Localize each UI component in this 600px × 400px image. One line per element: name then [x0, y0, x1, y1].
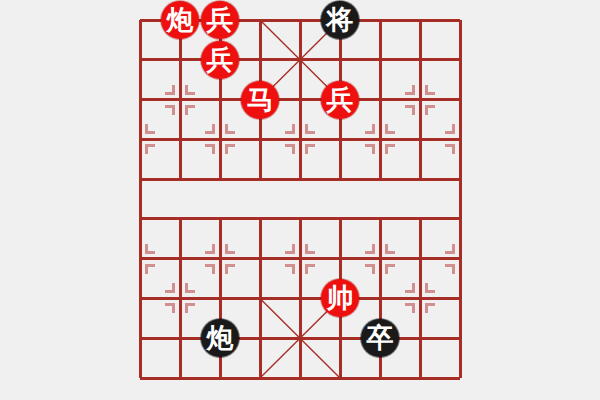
position-marker: [205, 264, 215, 274]
position-marker: [385, 144, 395, 154]
position-marker: [305, 124, 315, 134]
position-marker: [305, 244, 315, 254]
piece-red-cannon[interactable]: 炮: [161, 1, 199, 39]
position-marker: [445, 264, 455, 274]
position-marker: [405, 105, 415, 115]
position-marker: [225, 244, 235, 254]
position-marker: [185, 303, 195, 313]
grid-line: [379, 20, 382, 181]
grid-line: [299, 20, 302, 181]
position-marker: [405, 283, 415, 293]
position-marker: [185, 283, 195, 293]
position-marker: [285, 264, 295, 274]
position-marker: [385, 264, 395, 274]
position-marker: [445, 144, 455, 154]
position-marker: [425, 283, 435, 293]
position-marker: [205, 144, 215, 154]
position-marker: [205, 124, 215, 134]
position-marker: [305, 264, 315, 274]
position-marker: [205, 244, 215, 254]
page-background: { "game": "xiangqi", "position": { "fen"…: [0, 0, 600, 400]
piece-red-soldier[interactable]: 兵: [201, 41, 239, 79]
position-marker: [305, 144, 315, 154]
position-marker: [145, 264, 155, 274]
position-marker: [145, 244, 155, 254]
position-marker: [225, 124, 235, 134]
grid-line: [299, 217, 302, 378]
position-marker: [405, 85, 415, 95]
grid-line: [419, 217, 422, 378]
grid-line: [179, 20, 182, 181]
position-marker: [385, 124, 395, 134]
piece-red-general[interactable]: 帅: [321, 279, 359, 317]
grid-line: [179, 217, 182, 378]
piece-red-soldier[interactable]: 兵: [321, 81, 359, 119]
position-marker: [285, 124, 295, 134]
grid-line: [459, 20, 462, 378]
position-marker: [365, 244, 375, 254]
position-marker: [445, 124, 455, 134]
position-marker: [365, 264, 375, 274]
piece-red-soldier[interactable]: 兵: [201, 1, 239, 39]
position-marker: [145, 144, 155, 154]
position-marker: [425, 105, 435, 115]
position-marker: [365, 144, 375, 154]
position-marker: [285, 244, 295, 254]
position-marker: [185, 85, 195, 95]
position-marker: [185, 105, 195, 115]
grid-line: [419, 20, 422, 181]
position-marker: [165, 283, 175, 293]
position-marker: [285, 144, 295, 154]
position-marker: [365, 124, 375, 134]
position-marker: [425, 85, 435, 95]
position-marker: [165, 303, 175, 313]
position-marker: [425, 303, 435, 313]
xiangqi-board: 炮兵将兵马兵帅炮卒: [140, 20, 460, 378]
grid-line: [139, 20, 142, 378]
position-marker: [405, 303, 415, 313]
piece-black-cannon[interactable]: 炮: [201, 319, 239, 357]
position-marker: [165, 85, 175, 95]
piece-black-soldier[interactable]: 卒: [361, 319, 399, 357]
grid-line: [259, 217, 262, 378]
position-marker: [165, 105, 175, 115]
position-marker: [225, 264, 235, 274]
position-marker: [225, 144, 235, 154]
piece-red-horse[interactable]: 马: [241, 81, 279, 119]
position-marker: [145, 124, 155, 134]
position-marker: [385, 244, 395, 254]
position-marker: [445, 244, 455, 254]
piece-black-general[interactable]: 将: [321, 1, 359, 39]
